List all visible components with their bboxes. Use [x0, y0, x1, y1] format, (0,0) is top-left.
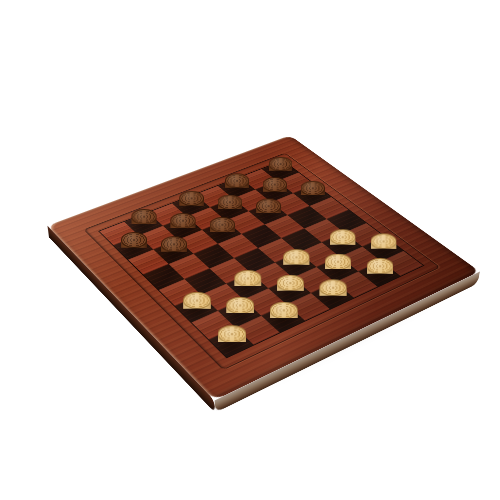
checker-cylinder: [324, 253, 351, 278]
checker-top-rings: [370, 233, 396, 249]
checker-top-rings: [269, 302, 297, 319]
checker-cylinder: [276, 275, 303, 300]
checker-cylinder: [217, 325, 246, 352]
checker-top-rings: [319, 279, 346, 296]
piece-light[interactable]: [364, 238, 401, 260]
piece-light[interactable]: [360, 262, 398, 285]
checker-top-rings: [276, 275, 303, 292]
piece-light[interactable]: [313, 283, 352, 307]
checker-top-rings: [217, 325, 246, 343]
checker-cylinder: [282, 249, 309, 273]
checker-cylinder: [269, 302, 297, 328]
checker-top-rings: [366, 258, 393, 274]
checkers-board: [47, 135, 479, 400]
checker-cylinder: [182, 292, 210, 318]
checker-top-rings: [282, 249, 309, 265]
scene: [0, 0, 500, 500]
piece-light[interactable]: [177, 296, 215, 321]
checker-top-rings: [182, 292, 210, 309]
piece-light[interactable]: [211, 329, 251, 356]
checker-cylinder: [366, 258, 393, 283]
checker-top-rings: [225, 297, 253, 314]
checker-top-rings: [160, 236, 186, 252]
checker-cylinder: [225, 297, 253, 323]
checker-top-rings: [234, 270, 261, 287]
checker-cylinder: [234, 270, 261, 295]
checker-top-rings: [324, 253, 351, 269]
checker-cylinder: [160, 236, 186, 260]
product-photo-stage: [0, 0, 500, 500]
checker-cylinder: [319, 279, 346, 304]
piece-light[interactable]: [319, 258, 357, 281]
piece-light[interactable]: [277, 253, 314, 276]
checker-cylinder: [370, 233, 396, 257]
